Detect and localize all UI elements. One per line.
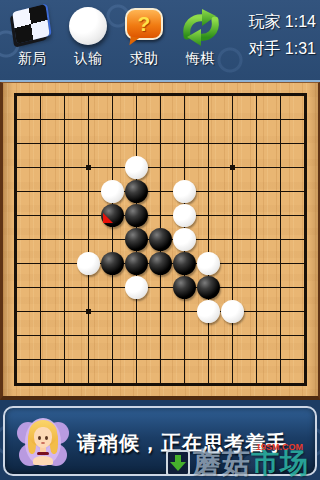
undo-arrows-icon <box>178 4 222 48</box>
black-stone <box>149 252 172 275</box>
bottom-area: 请稍候，正在思考着手 蘑菇市场 19SM.COM <box>0 400 320 480</box>
help-button[interactable]: ? 求助 <box>116 4 172 78</box>
status-text: 请稍候，正在思考着手 <box>77 430 287 457</box>
black-stone <box>125 252 148 275</box>
opponent-timer-value: 1:31 <box>285 40 316 57</box>
resign-label: 认输 <box>74 50 102 68</box>
white-stone <box>125 156 148 179</box>
opponent-timer: 对手 1:31 <box>248 35 316 62</box>
white-stone <box>173 228 196 251</box>
toolbar: 新局 认输 ? 求助 <box>0 0 320 82</box>
player-timer-value: 1:14 <box>285 13 316 30</box>
black-stone <box>125 180 148 203</box>
toolbar-buttons: 新局 认输 ? 求助 <box>4 4 228 78</box>
white-stone <box>77 252 100 275</box>
new-game-button[interactable]: 新局 <box>4 4 60 78</box>
player-timer: 玩家 1:14 <box>248 8 316 35</box>
white-stone <box>173 180 196 203</box>
last-move-marker <box>103 213 113 223</box>
player-timer-label: 玩家 <box>248 13 280 30</box>
black-stone <box>101 204 124 227</box>
black-stone <box>149 228 172 251</box>
white-stone <box>173 204 196 227</box>
white-stone <box>101 180 124 203</box>
black-stone <box>101 252 124 275</box>
status-banner: 请稍候，正在思考着手 <box>3 406 317 476</box>
black-stone <box>197 276 220 299</box>
star-point <box>86 165 91 170</box>
black-stone <box>173 276 196 299</box>
avatar <box>15 414 71 470</box>
game-board[interactable] <box>0 82 320 400</box>
question-mark: ? <box>125 8 163 40</box>
help-question-icon: ? <box>122 4 166 48</box>
black-stone <box>125 204 148 227</box>
white-stone <box>125 276 148 299</box>
new-game-label: 新局 <box>18 50 46 68</box>
white-stone <box>221 300 244 323</box>
resign-button[interactable]: 认输 <box>60 4 116 78</box>
star-point <box>86 309 91 314</box>
white-stone <box>197 252 220 275</box>
timers: 玩家 1:14 对手 1:31 <box>248 8 316 62</box>
opponent-timer-label: 对手 <box>248 40 280 57</box>
black-stone <box>173 252 196 275</box>
help-label: 求助 <box>130 50 158 68</box>
new-game-board-icon <box>10 4 54 48</box>
board-grid[interactable] <box>16 95 305 384</box>
undo-button[interactable]: 悔棋 <box>172 4 228 78</box>
undo-label: 悔棋 <box>186 50 214 68</box>
star-point <box>230 165 235 170</box>
white-stone <box>197 300 220 323</box>
resign-stone-icon <box>66 4 110 48</box>
black-stone <box>125 228 148 251</box>
